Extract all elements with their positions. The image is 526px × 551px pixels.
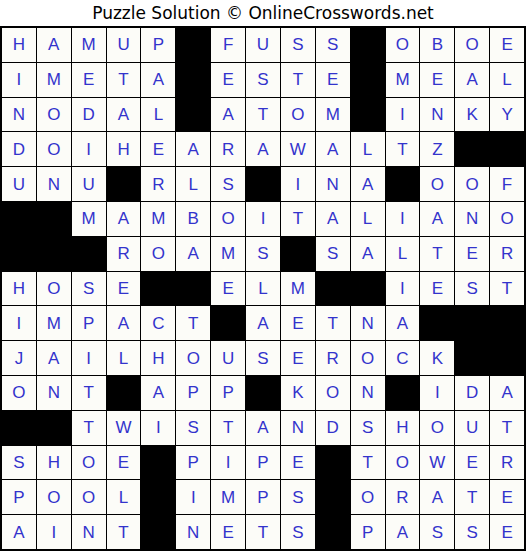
cell-r3c4: A	[107, 98, 141, 132]
cell-r13c1: S	[2, 446, 36, 480]
cell-r10c6: O	[176, 341, 210, 375]
cell-r9c4: A	[107, 306, 141, 340]
cell-r2c12: M	[386, 63, 420, 97]
cell-r3c7: A	[211, 98, 245, 132]
cell-r11c7: P	[211, 376, 245, 410]
cell-r8c3: S	[72, 272, 106, 306]
cell-r13c12: O	[386, 446, 420, 480]
cell-r15c15: E	[490, 515, 524, 549]
cell-r3c2: O	[37, 98, 71, 132]
black-cell-r9c14	[455, 306, 489, 340]
black-cell-r11c12	[386, 376, 420, 410]
black-cell-r5c8	[246, 167, 280, 201]
cell-r12c4: W	[107, 411, 141, 445]
cell-r2c14: A	[455, 63, 489, 97]
cell-r7c12: L	[386, 237, 420, 271]
crossword-grid: HAMUPFUSSOBOEIMETAESTEMEALNODALATOMINKYD…	[0, 26, 526, 551]
cell-r8c4: E	[107, 272, 141, 306]
cell-r13c15: R	[490, 446, 524, 480]
cell-r13c4: E	[107, 446, 141, 480]
cell-r7c5: O	[141, 237, 175, 271]
cell-r5c6: L	[176, 167, 210, 201]
cell-r4c9: W	[281, 132, 315, 166]
black-cell-r9c7	[211, 306, 245, 340]
cell-r8c8: L	[246, 272, 280, 306]
black-cell-r3c6	[176, 98, 210, 132]
cell-r11c11: N	[351, 376, 385, 410]
cell-r6c6: B	[176, 202, 210, 236]
cell-r3c12: I	[386, 98, 420, 132]
cell-r1c13: B	[420, 28, 454, 62]
cell-r11c1: O	[2, 376, 36, 410]
cell-r14c8: P	[246, 480, 280, 514]
cell-r14c11: O	[351, 480, 385, 514]
cell-r7c11: A	[351, 237, 385, 271]
cell-r1c5: P	[141, 28, 175, 62]
cell-r3c5: L	[141, 98, 175, 132]
cell-r5c5: R	[141, 167, 175, 201]
black-cell-r14c10	[316, 480, 350, 514]
cell-r15c4: T	[107, 515, 141, 549]
black-cell-r9c15	[490, 306, 524, 340]
cell-r6c15: O	[490, 202, 524, 236]
cell-r5c15: F	[490, 167, 524, 201]
cell-r8c2: O	[37, 272, 71, 306]
cell-r2c1: I	[2, 63, 36, 97]
cell-r2c2: M	[37, 63, 71, 97]
cell-r13c14: E	[455, 446, 489, 480]
cell-r10c5: H	[141, 341, 175, 375]
black-cell-r11c8	[246, 376, 280, 410]
black-cell-r12c2	[37, 411, 71, 445]
cell-r8c14: S	[455, 272, 489, 306]
cell-r10c3: I	[72, 341, 106, 375]
cell-r11c15: A	[490, 376, 524, 410]
cell-r3c15: Y	[490, 98, 524, 132]
cell-r4c6: A	[176, 132, 210, 166]
cell-r13c2: H	[37, 446, 71, 480]
cell-r9c1: I	[2, 306, 36, 340]
cell-r11c13: I	[420, 376, 454, 410]
cell-r3c13: N	[420, 98, 454, 132]
cell-r14c13: A	[420, 480, 454, 514]
cell-r9c10: T	[316, 306, 350, 340]
cell-r9c9: E	[281, 306, 315, 340]
cell-r11c5: A	[141, 376, 175, 410]
black-cell-r4c15	[490, 132, 524, 166]
cell-r5c14: O	[455, 167, 489, 201]
cell-r4c12: T	[386, 132, 420, 166]
cell-r13c9: E	[281, 446, 315, 480]
cell-r1c9: S	[281, 28, 315, 62]
cell-r11c3: T	[72, 376, 106, 410]
cell-r6c14: N	[455, 202, 489, 236]
cell-r10c12: C	[386, 341, 420, 375]
cell-r2c13: E	[420, 63, 454, 97]
cell-r10c1: J	[2, 341, 36, 375]
cell-r12c12: H	[386, 411, 420, 445]
cell-r3c10: M	[316, 98, 350, 132]
cell-r10c9: E	[281, 341, 315, 375]
cell-r13c11: T	[351, 446, 385, 480]
cell-r1c8: U	[246, 28, 280, 62]
cell-r14c14: T	[455, 480, 489, 514]
cell-r6c5: M	[141, 202, 175, 236]
cell-r7c10: S	[316, 237, 350, 271]
cell-r2c9: T	[281, 63, 315, 97]
cell-r10c8: S	[246, 341, 280, 375]
cell-r4c10: A	[316, 132, 350, 166]
cell-r4c1: D	[2, 132, 36, 166]
cell-r5c2: N	[37, 167, 71, 201]
black-cell-r7c9	[281, 237, 315, 271]
cell-r6c4: A	[107, 202, 141, 236]
cell-r12c15: T	[490, 411, 524, 445]
cell-r12c7: T	[211, 411, 245, 445]
cell-r3c1: N	[2, 98, 36, 132]
black-cell-r3c11	[351, 98, 385, 132]
cell-r8c1: H	[2, 272, 36, 306]
cell-r4c3: I	[72, 132, 106, 166]
cell-r2c4: T	[107, 63, 141, 97]
cell-r9c3: P	[72, 306, 106, 340]
cell-r6c11: L	[351, 202, 385, 236]
cell-r8c12: I	[386, 272, 420, 306]
cell-r9c6: T	[176, 306, 210, 340]
cell-r14c12: R	[386, 480, 420, 514]
cell-r14c9: S	[281, 480, 315, 514]
cell-r6c3: M	[72, 202, 106, 236]
cell-r12c8: A	[246, 411, 280, 445]
cell-r15c14: S	[455, 515, 489, 549]
cell-r6c12: I	[386, 202, 420, 236]
cell-r1c14: O	[455, 28, 489, 62]
cell-r3c9: O	[281, 98, 315, 132]
black-cell-r7c1	[2, 237, 36, 271]
cell-r4c2: O	[37, 132, 71, 166]
cell-r4c11: L	[351, 132, 385, 166]
cell-r14c2: O	[37, 480, 71, 514]
cell-r10c7: U	[211, 341, 245, 375]
title-bar: Puzzle Solution © OnlineCrosswords.net	[0, 0, 526, 26]
black-cell-r5c12	[386, 167, 420, 201]
cell-r14c4: L	[107, 480, 141, 514]
cell-r2c3: E	[72, 63, 106, 97]
black-cell-r8c6	[176, 272, 210, 306]
cell-r6c10: A	[316, 202, 350, 236]
cell-r10c13: K	[420, 341, 454, 375]
cell-r12c10: D	[316, 411, 350, 445]
black-cell-r12c1	[2, 411, 36, 445]
cell-r5c3: U	[72, 167, 106, 201]
cell-r3c8: T	[246, 98, 280, 132]
cell-r5c9: I	[281, 167, 315, 201]
black-cell-r13c5	[141, 446, 175, 480]
cell-r9c12: A	[386, 306, 420, 340]
cell-r4c8: A	[246, 132, 280, 166]
black-cell-r1c11	[351, 28, 385, 62]
cell-r14c3: O	[72, 480, 106, 514]
cell-r14c6: I	[176, 480, 210, 514]
cell-r7c14: E	[455, 237, 489, 271]
cell-r12c3: T	[72, 411, 106, 445]
cell-r15c1: A	[2, 515, 36, 549]
black-cell-r8c5	[141, 272, 175, 306]
cell-r15c3: N	[72, 515, 106, 549]
cell-r9c5: C	[141, 306, 175, 340]
cell-r8c9: M	[281, 272, 315, 306]
cell-r6c13: A	[420, 202, 454, 236]
cell-r12c6: S	[176, 411, 210, 445]
cell-r7c4: R	[107, 237, 141, 271]
cell-r11c6: P	[176, 376, 210, 410]
cell-r2c7: E	[211, 63, 245, 97]
cell-r1c4: U	[107, 28, 141, 62]
cell-r6c9: T	[281, 202, 315, 236]
cell-r15c9: S	[281, 515, 315, 549]
cell-r11c10: O	[316, 376, 350, 410]
cell-r12c9: N	[281, 411, 315, 445]
cell-r11c9: K	[281, 376, 315, 410]
cell-r10c2: A	[37, 341, 71, 375]
cell-r5c7: S	[211, 167, 245, 201]
cell-r13c6: P	[176, 446, 210, 480]
black-cell-r6c2	[37, 202, 71, 236]
cell-r6c7: O	[211, 202, 245, 236]
black-cell-r2c11	[351, 63, 385, 97]
black-cell-r15c10	[316, 515, 350, 549]
cell-r3c14: K	[455, 98, 489, 132]
cell-r2c8: S	[246, 63, 280, 97]
cell-r7c8: S	[246, 237, 280, 271]
cell-r1c7: F	[211, 28, 245, 62]
black-cell-r5c4	[107, 167, 141, 201]
black-cell-r9c13	[420, 306, 454, 340]
black-cell-r10c14	[455, 341, 489, 375]
cell-r10c10: R	[316, 341, 350, 375]
cell-r4c13: Z	[420, 132, 454, 166]
black-cell-r8c11	[351, 272, 385, 306]
cell-r1c15: E	[490, 28, 524, 62]
cell-r10c4: L	[107, 341, 141, 375]
black-cell-r10c15	[490, 341, 524, 375]
cell-r15c6: N	[176, 515, 210, 549]
cell-r13c7: I	[211, 446, 245, 480]
cell-r8c13: E	[420, 272, 454, 306]
black-cell-r13c10	[316, 446, 350, 480]
cell-r4c7: R	[211, 132, 245, 166]
cell-r15c7: E	[211, 515, 245, 549]
cell-r15c13: S	[420, 515, 454, 549]
black-cell-r7c2	[37, 237, 71, 271]
cell-r14c7: M	[211, 480, 245, 514]
cell-r5c11: A	[351, 167, 385, 201]
cell-r13c8: P	[246, 446, 280, 480]
cell-r5c13: O	[420, 167, 454, 201]
cell-r11c14: D	[455, 376, 489, 410]
black-cell-r7c3	[72, 237, 106, 271]
cell-r10c11: O	[351, 341, 385, 375]
cell-r13c13: W	[420, 446, 454, 480]
cell-r7c15: R	[490, 237, 524, 271]
cell-r2c10: E	[316, 63, 350, 97]
cell-r14c1: P	[2, 480, 36, 514]
cell-r1c3: M	[72, 28, 106, 62]
cell-r1c12: O	[386, 28, 420, 62]
cell-r4c4: H	[107, 132, 141, 166]
cell-r9c2: M	[37, 306, 71, 340]
black-cell-r6c1	[2, 202, 36, 236]
cell-r3c3: D	[72, 98, 106, 132]
cell-r2c15: L	[490, 63, 524, 97]
cell-r15c12: A	[386, 515, 420, 549]
black-cell-r4c14	[455, 132, 489, 166]
cell-r7c6: A	[176, 237, 210, 271]
cell-r13c3: O	[72, 446, 106, 480]
black-cell-r11c4	[107, 376, 141, 410]
cell-r11c2: N	[37, 376, 71, 410]
cell-r1c2: A	[37, 28, 71, 62]
cell-r9c11: N	[351, 306, 385, 340]
cell-r12c11: S	[351, 411, 385, 445]
cell-r12c14: U	[455, 411, 489, 445]
cell-r15c11: P	[351, 515, 385, 549]
cell-r15c8: T	[246, 515, 280, 549]
cell-r14c15: E	[490, 480, 524, 514]
cell-r7c13: T	[420, 237, 454, 271]
cell-r5c1: U	[2, 167, 36, 201]
page-title: Puzzle Solution © OnlineCrosswords.net	[92, 3, 434, 23]
black-cell-r1c6	[176, 28, 210, 62]
cell-r1c10: S	[316, 28, 350, 62]
cell-r12c13: O	[420, 411, 454, 445]
cell-r12c5: I	[141, 411, 175, 445]
cell-r15c2: I	[37, 515, 71, 549]
cell-r8c15: T	[490, 272, 524, 306]
cell-r9c8: A	[246, 306, 280, 340]
black-cell-r15c5	[141, 515, 175, 549]
black-cell-r14c5	[141, 480, 175, 514]
puzzle-solution-page: Puzzle Solution © OnlineCrosswords.net H…	[0, 0, 526, 551]
cell-r2c5: A	[141, 63, 175, 97]
cell-r5c10: N	[316, 167, 350, 201]
cell-r6c8: I	[246, 202, 280, 236]
black-cell-r2c6	[176, 63, 210, 97]
cell-r1c1: H	[2, 28, 36, 62]
cell-r4c5: E	[141, 132, 175, 166]
black-cell-r8c10	[316, 272, 350, 306]
cell-r8c7: E	[211, 272, 245, 306]
cell-r7c7: M	[211, 237, 245, 271]
